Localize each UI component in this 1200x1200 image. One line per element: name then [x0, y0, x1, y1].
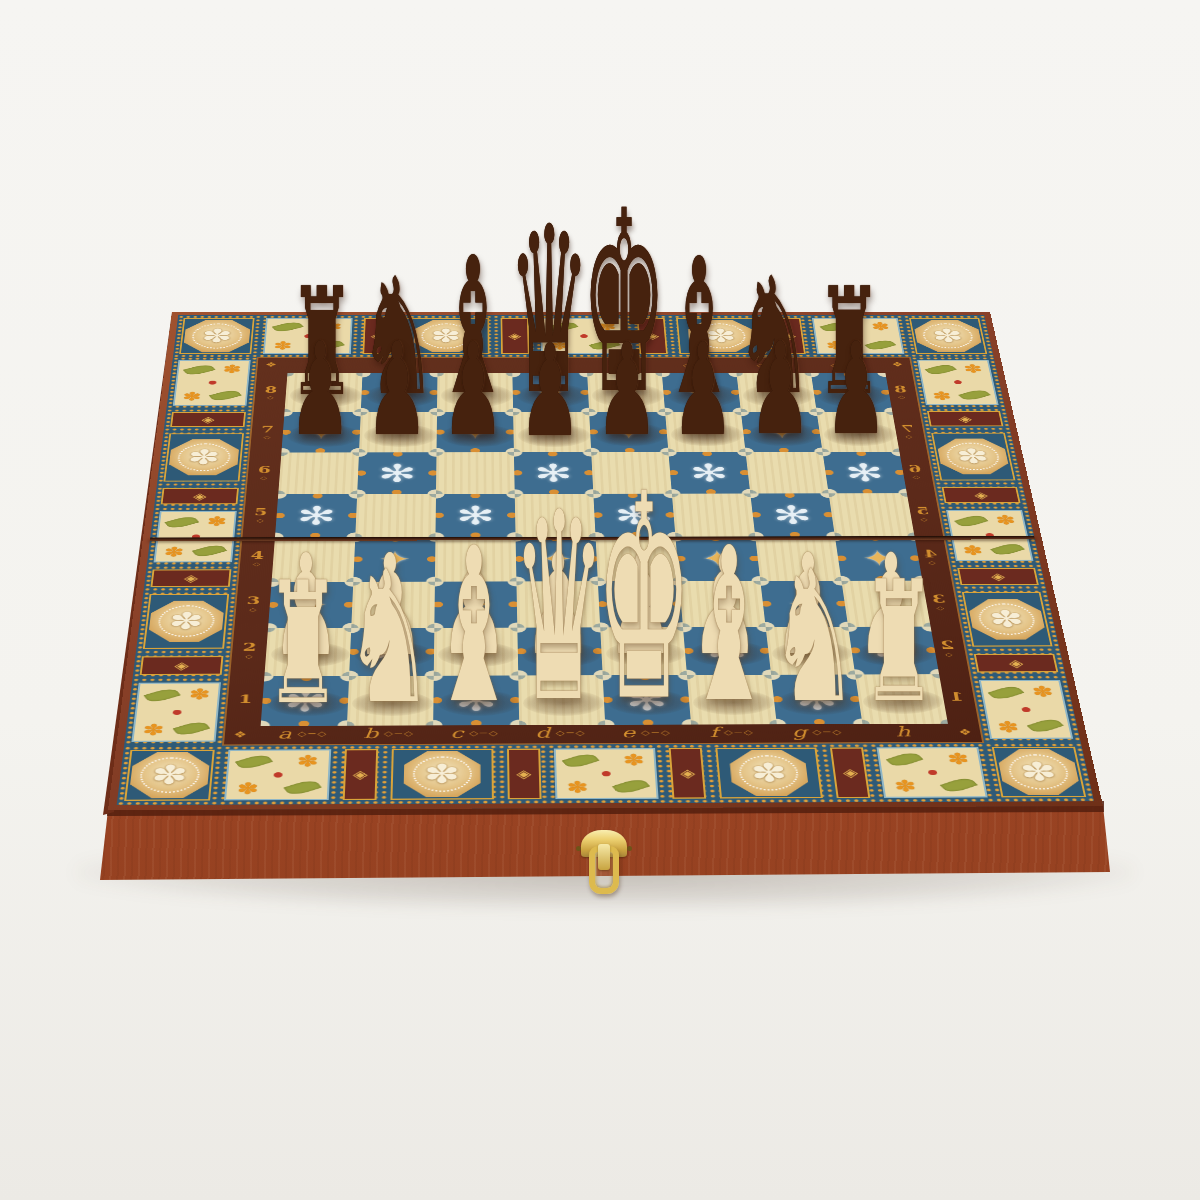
piece-black-pawn-c7[interactable]: ♟	[442, 326, 505, 454]
brass-clasp	[572, 830, 636, 906]
clasp-tongue	[598, 844, 610, 870]
piece-white-bishop-f1[interactable]: ♝	[686, 520, 774, 732]
piece-white-bishop-c1[interactable]: ♝	[430, 520, 518, 733]
clasp-screw	[627, 846, 632, 851]
piece-black-pawn-h7[interactable]: ♟	[825, 327, 888, 454]
product-photo-scene: ✽✽✽◈✽◈✽✽◈✽◈✽✽✽ ✽✽✽◈✽◈✽✽◈✽◈✽✽✽ ✽✽◈✽◈✽✽◈✽◈…	[0, 0, 1200, 1200]
piece-white-king-e1[interactable]: ♚	[596, 458, 693, 741]
clasp-screw	[576, 846, 581, 851]
piece-white-rook-h1[interactable]: ♜	[862, 559, 937, 726]
piece-black-pawn-a7[interactable]: ♟	[288, 326, 351, 454]
piece-white-rook-a1[interactable]: ♜	[266, 560, 341, 728]
pieces-layer: ♜♞♝♛♚♝♞♜♟♟♟♟♟♟♟♟♟♟♟♟♟♟♟♟♜♞♝♛♚♝♞♜	[0, 0, 1200, 1200]
piece-black-pawn-b7[interactable]: ♟	[365, 326, 428, 454]
piece-black-pawn-d7[interactable]: ♟	[519, 326, 582, 454]
piece-white-knight-g1[interactable]: ♞	[770, 547, 860, 729]
piece-white-knight-b1[interactable]: ♞	[344, 547, 434, 730]
piece-black-pawn-g7[interactable]: ♟	[748, 326, 811, 453]
piece-white-queen-d1[interactable]: ♛	[513, 478, 606, 738]
